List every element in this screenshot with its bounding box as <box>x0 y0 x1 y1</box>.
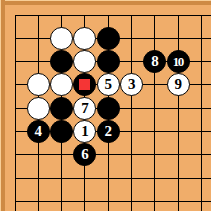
point[interactable] <box>97 27 120 50</box>
point[interactable] <box>190 97 211 120</box>
point[interactable] <box>27 167 50 190</box>
point[interactable] <box>73 167 96 190</box>
point[interactable] <box>190 3 211 26</box>
point[interactable] <box>120 167 143 190</box>
point[interactable] <box>97 97 120 120</box>
point[interactable] <box>97 143 120 166</box>
black-stone[interactable]: 8 <box>143 50 166 73</box>
white-stone[interactable]: 9 <box>167 73 190 96</box>
point[interactable] <box>97 190 120 211</box>
point[interactable] <box>73 3 96 26</box>
point[interactable] <box>190 120 211 143</box>
point[interactable] <box>3 3 26 26</box>
point[interactable] <box>167 167 190 190</box>
point[interactable] <box>190 27 211 50</box>
point[interactable]: 10 <box>167 50 190 73</box>
point[interactable] <box>143 27 166 50</box>
white-stone[interactable] <box>27 97 50 120</box>
point[interactable] <box>73 27 96 50</box>
point[interactable] <box>3 190 26 211</box>
white-stone[interactable]: 1 <box>73 120 96 143</box>
point[interactable] <box>143 167 166 190</box>
point[interactable] <box>120 97 143 120</box>
white-stone[interactable] <box>27 73 50 96</box>
point[interactable] <box>143 73 166 96</box>
black-stone[interactable] <box>73 73 96 96</box>
point[interactable] <box>27 50 50 73</box>
points-grid: 81053974126 <box>3 3 211 211</box>
black-stone[interactable]: 10 <box>167 50 190 73</box>
point[interactable] <box>3 27 26 50</box>
black-stone[interactable] <box>50 50 73 73</box>
point[interactable]: 5 <box>97 73 120 96</box>
point[interactable] <box>120 143 143 166</box>
point[interactable] <box>50 167 73 190</box>
point[interactable] <box>190 50 211 73</box>
point[interactable] <box>143 3 166 26</box>
point[interactable] <box>97 167 120 190</box>
black-stone[interactable] <box>97 97 120 120</box>
point[interactable] <box>73 73 96 96</box>
point[interactable] <box>3 143 26 166</box>
point[interactable] <box>50 27 73 50</box>
point[interactable] <box>50 120 73 143</box>
point[interactable] <box>50 143 73 166</box>
point[interactable] <box>190 143 211 166</box>
point[interactable] <box>143 97 166 120</box>
point[interactable] <box>167 190 190 211</box>
point[interactable]: 4 <box>27 120 50 143</box>
point[interactable] <box>50 50 73 73</box>
black-stone[interactable]: 4 <box>27 120 50 143</box>
point[interactable] <box>167 143 190 166</box>
point[interactable] <box>190 190 211 211</box>
point[interactable] <box>190 167 211 190</box>
point[interactable] <box>120 190 143 211</box>
point[interactable] <box>73 50 96 73</box>
point[interactable] <box>50 97 73 120</box>
point[interactable]: 2 <box>97 120 120 143</box>
black-stone[interactable]: 6 <box>73 143 96 166</box>
point[interactable]: 6 <box>73 143 96 166</box>
point[interactable] <box>190 73 211 96</box>
point[interactable] <box>167 27 190 50</box>
white-stone[interactable]: 5 <box>97 73 120 96</box>
point[interactable] <box>3 97 26 120</box>
point[interactable]: 3 <box>120 73 143 96</box>
point[interactable]: 9 <box>167 73 190 96</box>
point[interactable] <box>27 27 50 50</box>
point[interactable] <box>27 143 50 166</box>
point[interactable] <box>120 120 143 143</box>
point[interactable] <box>97 50 120 73</box>
black-stone[interactable] <box>97 50 120 73</box>
point[interactable] <box>27 190 50 211</box>
point[interactable] <box>3 50 26 73</box>
point[interactable] <box>120 27 143 50</box>
white-stone[interactable] <box>50 73 73 96</box>
point[interactable] <box>27 97 50 120</box>
point[interactable] <box>120 50 143 73</box>
white-stone[interactable]: 7 <box>73 97 96 120</box>
point[interactable] <box>143 120 166 143</box>
point[interactable]: 8 <box>143 50 166 73</box>
point[interactable]: 7 <box>73 97 96 120</box>
point[interactable] <box>143 143 166 166</box>
point[interactable] <box>50 73 73 96</box>
point[interactable] <box>50 190 73 211</box>
point[interactable] <box>167 97 190 120</box>
point[interactable] <box>3 73 26 96</box>
black-stone[interactable]: 2 <box>97 120 120 143</box>
black-stone[interactable] <box>50 97 73 120</box>
white-stone[interactable] <box>73 27 96 50</box>
point[interactable] <box>50 3 73 26</box>
point[interactable] <box>167 120 190 143</box>
point[interactable] <box>97 3 120 26</box>
point[interactable] <box>27 3 50 26</box>
white-stone[interactable]: 3 <box>120 73 143 96</box>
point[interactable] <box>73 190 96 211</box>
point[interactable] <box>143 190 166 211</box>
red-square-marker <box>79 79 90 90</box>
point[interactable] <box>3 120 26 143</box>
point[interactable]: 1 <box>73 120 96 143</box>
black-stone[interactable] <box>50 120 73 143</box>
black-stone[interactable] <box>97 27 120 50</box>
white-stone[interactable] <box>50 27 73 50</box>
point[interactable] <box>120 3 143 26</box>
point[interactable] <box>3 167 26 190</box>
white-stone[interactable] <box>73 50 96 73</box>
go-board: 81053974126 <box>0 0 211 211</box>
point[interactable] <box>167 3 190 26</box>
point[interactable] <box>27 73 50 96</box>
